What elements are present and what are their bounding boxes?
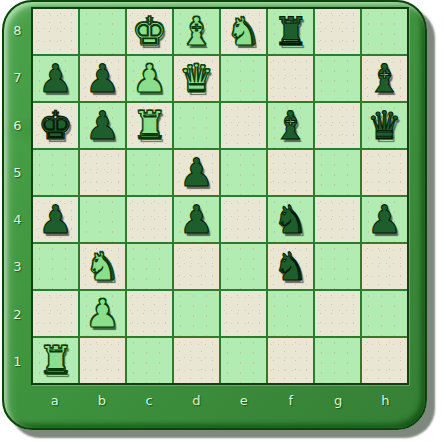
rank-label-3: 3	[4, 243, 31, 290]
square-e7[interactable]	[221, 56, 266, 101]
black-bishop[interactable]: ♝	[367, 56, 402, 101]
rank-label-2: 2	[4, 291, 31, 338]
white-knight[interactable]: ♞	[226, 9, 261, 54]
square-c6[interactable]: ♜	[127, 103, 172, 148]
square-b5[interactable]	[80, 150, 125, 195]
square-e8[interactable]: ♞	[221, 9, 266, 54]
white-rook[interactable]: ♜	[38, 338, 73, 383]
file-label-c: c	[126, 387, 173, 413]
square-f1[interactable]	[268, 338, 313, 383]
black-rook[interactable]: ♜	[273, 9, 308, 54]
black-pawn[interactable]: ♟	[38, 56, 73, 101]
square-d7[interactable]: ♛	[174, 56, 219, 101]
square-g7[interactable]	[315, 56, 360, 101]
white-king[interactable]: ♚	[132, 9, 167, 54]
square-h8[interactable]	[362, 9, 407, 54]
square-e2[interactable]	[221, 291, 266, 336]
square-a2[interactable]	[33, 291, 78, 336]
square-g1[interactable]	[315, 338, 360, 383]
square-b1[interactable]	[80, 338, 125, 383]
rank-label-5: 5	[4, 149, 31, 196]
square-f2[interactable]	[268, 291, 313, 336]
square-c2[interactable]	[127, 291, 172, 336]
square-c7[interactable]: ♟	[127, 56, 172, 101]
square-e4[interactable]	[221, 197, 266, 242]
square-a1[interactable]: ♜	[33, 338, 78, 383]
square-h6[interactable]: ♛	[362, 103, 407, 148]
black-pawn[interactable]: ♟	[85, 103, 120, 148]
white-pawn[interactable]: ♟	[85, 291, 120, 336]
black-pawn[interactable]: ♟	[179, 197, 214, 242]
square-c5[interactable]	[127, 150, 172, 195]
black-king[interactable]: ♚	[38, 103, 73, 148]
white-knight[interactable]: ♞	[85, 244, 120, 289]
rank-label-6: 6	[4, 102, 31, 149]
square-b4[interactable]	[80, 197, 125, 242]
square-g8[interactable]	[315, 9, 360, 54]
square-g5[interactable]	[315, 150, 360, 195]
square-h2[interactable]	[362, 291, 407, 336]
square-c4[interactable]	[127, 197, 172, 242]
square-d1[interactable]	[174, 338, 219, 383]
file-label-b: b	[78, 387, 125, 413]
black-pawn[interactable]: ♟	[38, 197, 73, 242]
rank-labels: 87654321	[4, 7, 31, 385]
black-knight[interactable]: ♞	[273, 197, 308, 242]
file-label-g: g	[315, 387, 362, 413]
file-label-e: e	[220, 387, 267, 413]
square-a3[interactable]	[33, 244, 78, 289]
square-g2[interactable]	[315, 291, 360, 336]
square-b6[interactable]: ♟	[80, 103, 125, 148]
square-h5[interactable]	[362, 150, 407, 195]
black-pawn[interactable]: ♟	[179, 150, 214, 195]
square-f4[interactable]: ♞	[268, 197, 313, 242]
file-label-f: f	[267, 387, 314, 413]
file-label-h: h	[362, 387, 409, 413]
square-g3[interactable]	[315, 244, 360, 289]
square-h1[interactable]	[362, 338, 407, 383]
black-queen[interactable]: ♛	[367, 103, 402, 148]
square-a7[interactable]: ♟	[33, 56, 78, 101]
square-c8[interactable]: ♚	[127, 9, 172, 54]
square-b2[interactable]: ♟	[80, 291, 125, 336]
square-a6[interactable]: ♚	[33, 103, 78, 148]
square-h7[interactable]: ♝	[362, 56, 407, 101]
file-labels: abcdefgh	[31, 387, 409, 413]
square-a8[interactable]	[33, 9, 78, 54]
square-g6[interactable]	[315, 103, 360, 148]
square-e6[interactable]	[221, 103, 266, 148]
black-knight[interactable]: ♞	[273, 244, 308, 289]
square-e3[interactable]	[221, 244, 266, 289]
square-d5[interactable]: ♟	[174, 150, 219, 195]
black-bishop[interactable]: ♝	[273, 103, 308, 148]
square-f3[interactable]: ♞	[268, 244, 313, 289]
square-e5[interactable]	[221, 150, 266, 195]
file-label-a: a	[31, 387, 78, 413]
black-pawn[interactable]: ♟	[367, 197, 402, 242]
square-d6[interactable]	[174, 103, 219, 148]
square-d4[interactable]: ♟	[174, 197, 219, 242]
square-f6[interactable]: ♝	[268, 103, 313, 148]
square-e1[interactable]	[221, 338, 266, 383]
rank-label-4: 4	[4, 196, 31, 243]
square-a4[interactable]: ♟	[33, 197, 78, 242]
white-bishop[interactable]: ♝	[179, 9, 214, 54]
white-rook[interactable]: ♜	[132, 103, 167, 148]
square-c3[interactable]	[127, 244, 172, 289]
black-pawn[interactable]: ♟	[85, 56, 120, 101]
square-b8[interactable]	[80, 9, 125, 54]
square-h3[interactable]	[362, 244, 407, 289]
square-f7[interactable]	[268, 56, 313, 101]
white-queen[interactable]: ♛	[179, 56, 214, 101]
white-pawn[interactable]: ♟	[132, 56, 167, 101]
file-label-d: d	[173, 387, 220, 413]
rank-label-8: 8	[4, 7, 31, 54]
square-a5[interactable]	[33, 150, 78, 195]
square-b7[interactable]: ♟	[80, 56, 125, 101]
square-d3[interactable]	[174, 244, 219, 289]
square-d2[interactable]	[174, 291, 219, 336]
square-b3[interactable]: ♞	[80, 244, 125, 289]
square-f5[interactable]	[268, 150, 313, 195]
rank-label-1: 1	[4, 338, 31, 385]
square-h4[interactable]: ♟	[362, 197, 407, 242]
square-d8[interactable]: ♝	[174, 9, 219, 54]
square-g4[interactable]	[315, 197, 360, 242]
square-f8[interactable]: ♜	[268, 9, 313, 54]
rank-label-7: 7	[4, 54, 31, 101]
chess-board[interactable]: ♚♝♞♜♟♟♟♛♝♚♟♜♝♛♟♟♟♞♟♞♞♟♜	[31, 7, 409, 385]
square-c1[interactable]	[127, 338, 172, 383]
